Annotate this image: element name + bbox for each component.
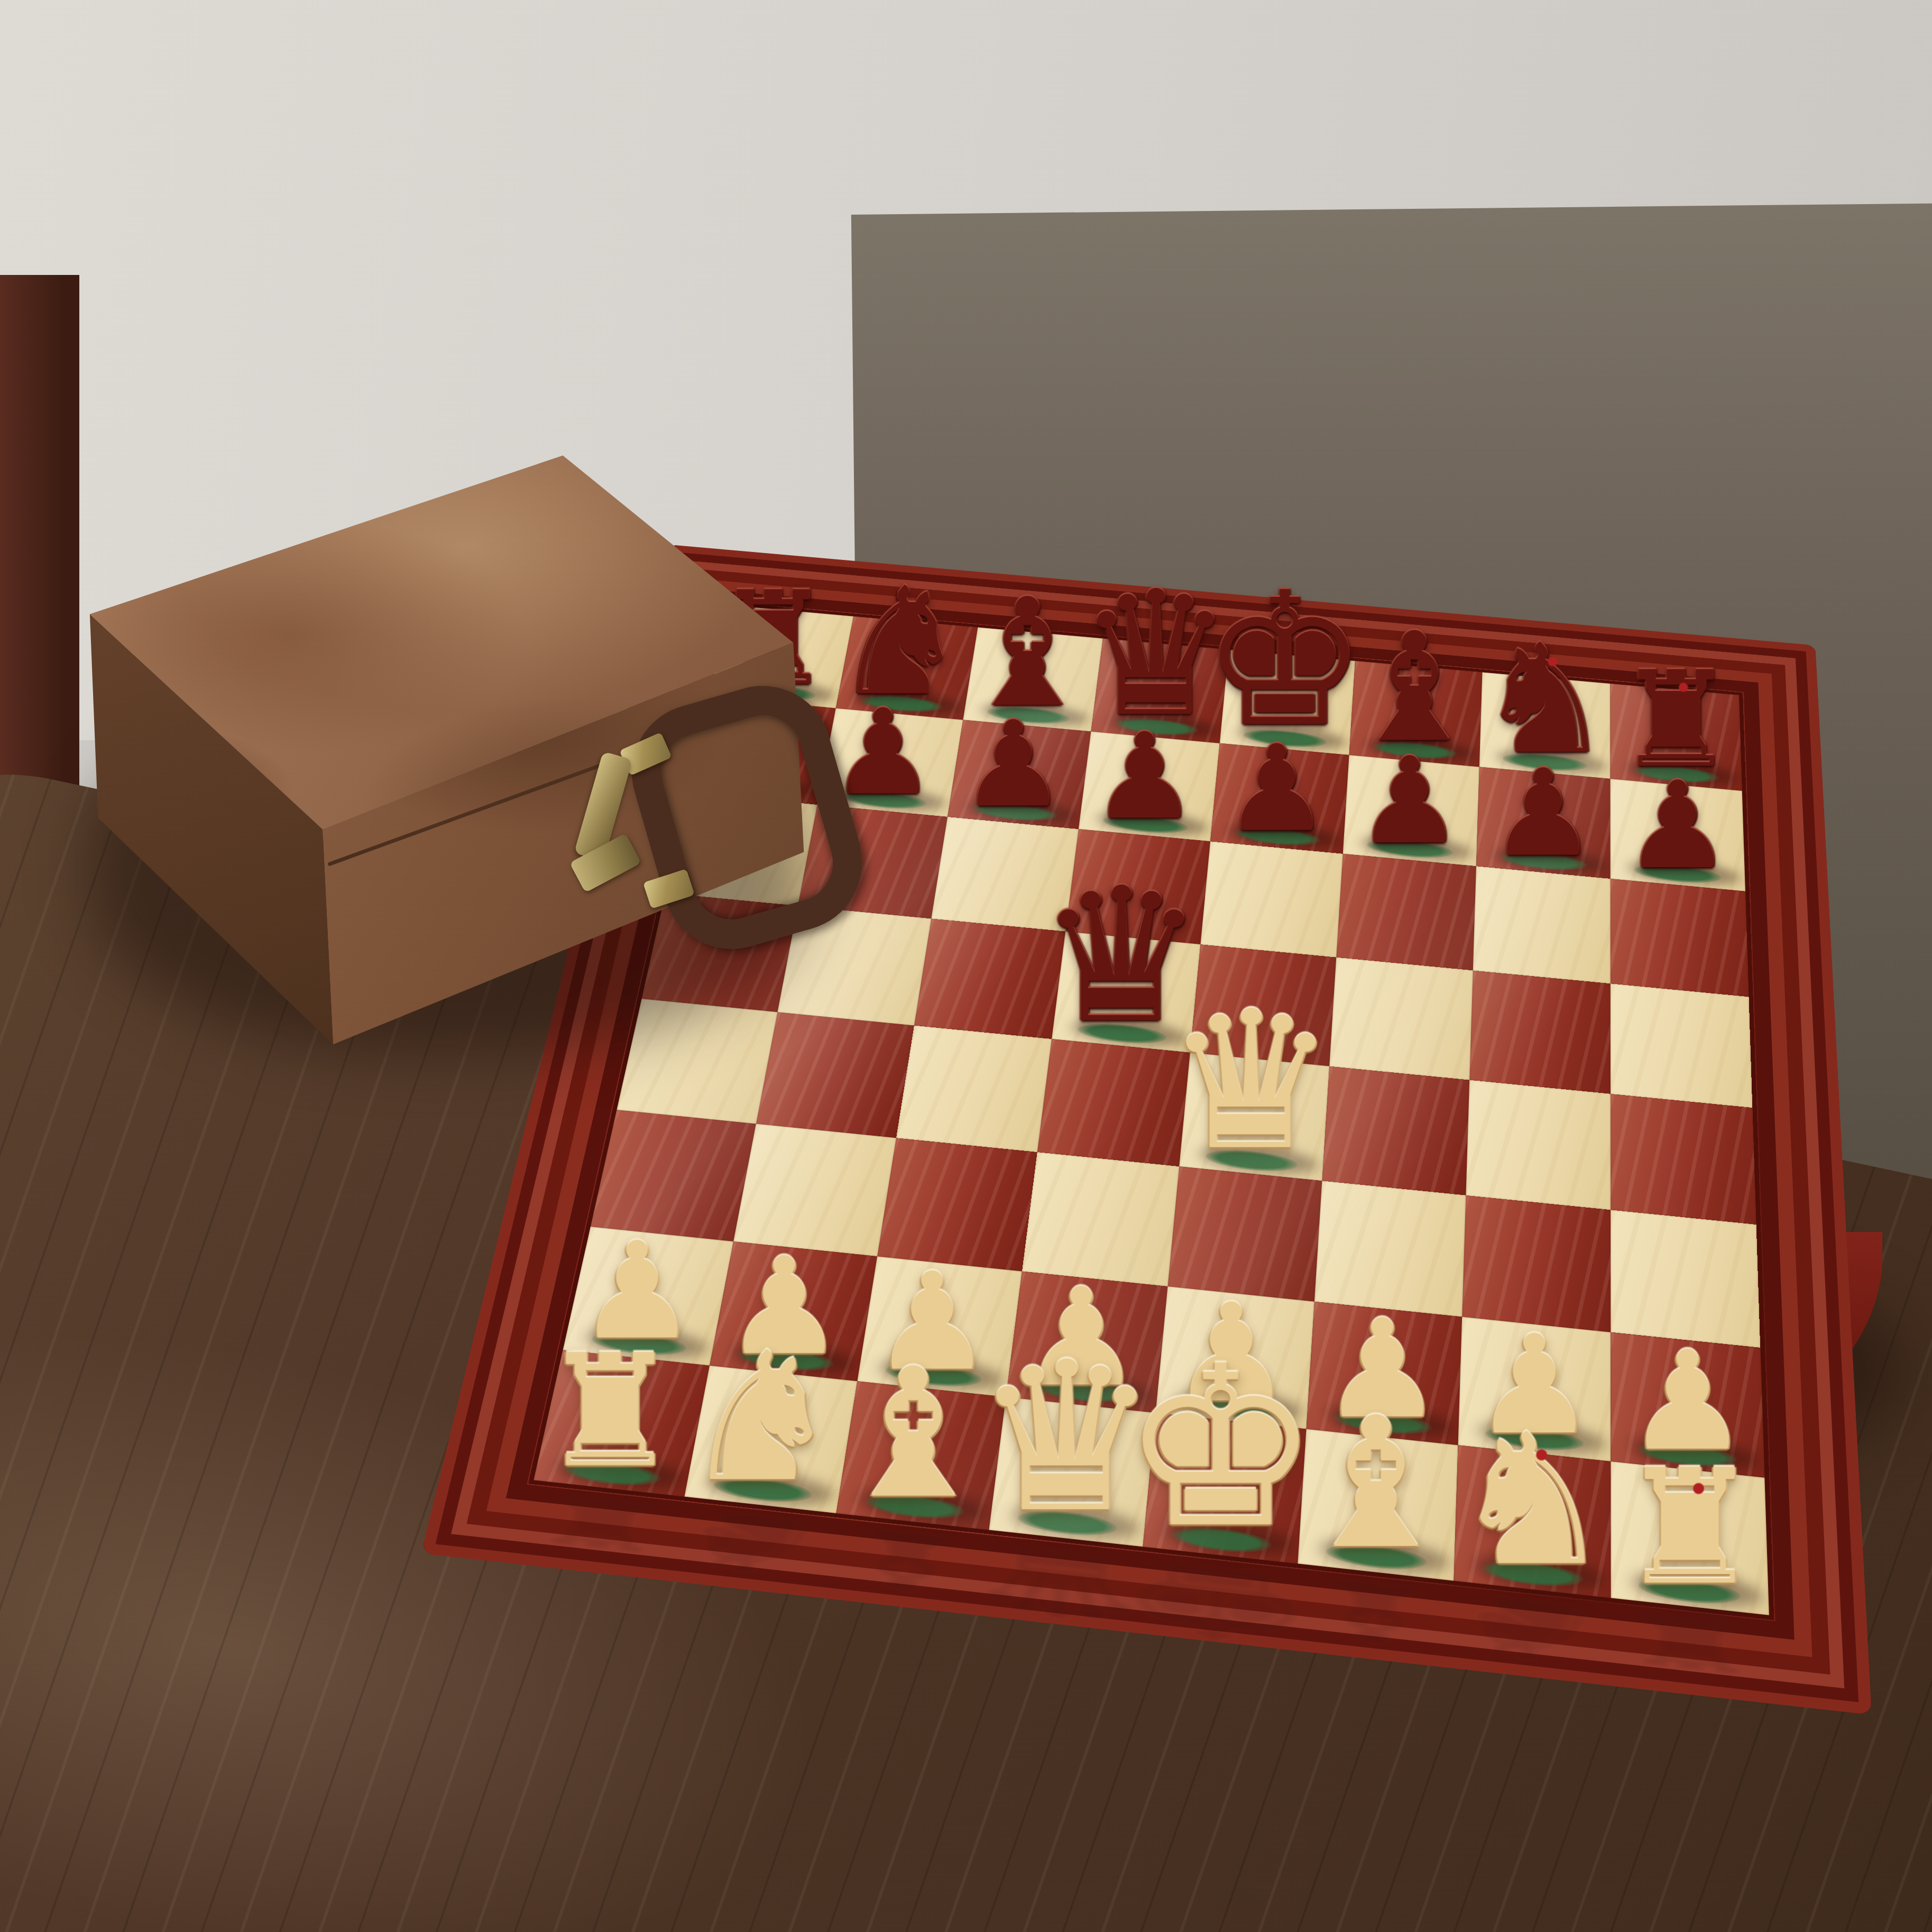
piece-white-bishop[interactable]: ♝ [1295, 1401, 1457, 1567]
piece-white-queen[interactable]: ♛ [1165, 993, 1337, 1170]
square-g7[interactable]: ♟♟ [1476, 767, 1611, 879]
crown-stamp [1535, 1449, 1548, 1461]
square-g1[interactable]: ♞♞ [1453, 1445, 1611, 1598]
piece-white-rook[interactable]: ♜ [1618, 1455, 1761, 1602]
piece-white-knight[interactable]: ♞ [1451, 1417, 1613, 1584]
square-g5[interactable] [1469, 970, 1611, 1093]
piece-white-knight[interactable]: ♞ [681, 1336, 841, 1499]
piece-black-pawn[interactable]: ♟ [1223, 734, 1330, 843]
storage-box [79, 444, 830, 1079]
piece-black-pawn[interactable]: ♟ [1356, 746, 1464, 856]
square-f1[interactable]: ♝♝ [1298, 1429, 1458, 1581]
square-h6[interactable] [1611, 879, 1749, 997]
square-c4[interactable] [896, 1026, 1052, 1153]
square-e7[interactable]: ♟♟ [1210, 743, 1349, 854]
piece-white-king[interactable]: ♚ [1121, 1346, 1320, 1550]
square-e1[interactable]: ♚♚ [1143, 1413, 1306, 1563]
square-h7[interactable]: ♟♟ [1611, 779, 1745, 891]
piece-black-pawn[interactable]: ♟ [960, 710, 1066, 819]
piece-black-pawn[interactable]: ♟ [1489, 758, 1597, 869]
piece-black-pawn[interactable]: ♟ [1624, 770, 1732, 881]
piece-white-bishop[interactable]: ♝ [833, 1352, 993, 1516]
crown-stamp [1678, 683, 1688, 693]
crown-stamp [1692, 1483, 1705, 1495]
crown-stamp [1548, 657, 1558, 667]
piece-white-rook[interactable]: ♜ [540, 1340, 679, 1483]
square-g4[interactable] [1466, 1080, 1611, 1210]
square-f7[interactable]: ♟♟ [1343, 755, 1479, 866]
piece-black-pawn[interactable]: ♟ [830, 698, 936, 807]
square-b1[interactable]: ♞♞ [684, 1366, 857, 1513]
piece-black-pawn[interactable]: ♟ [1091, 722, 1198, 832]
furniture-edge [0, 275, 79, 835]
square-e4[interactable]: ♛♛ [1179, 1053, 1329, 1181]
square-h1[interactable]: ♜♜ [1611, 1461, 1769, 1615]
square-f4[interactable] [1322, 1066, 1469, 1195]
square-g6[interactable] [1473, 866, 1611, 983]
